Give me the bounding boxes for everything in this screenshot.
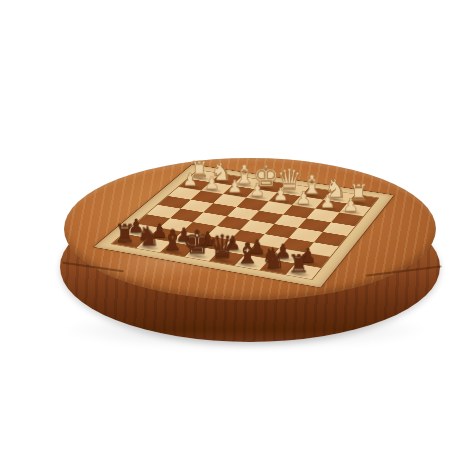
square-a8[interactable]: ♜ <box>286 263 321 279</box>
photo-stage: ♜♞♝♚♛♝♞♜♟♟♟♟♟♟♟♟♟♟♟♟♟♟♟♟♜♞♝♚♛♝♞♜ <box>0 0 452 452</box>
white-pawn-a2[interactable]: ♟ <box>335 196 367 214</box>
black-rook-a8[interactable]: ♜ <box>282 251 317 276</box>
